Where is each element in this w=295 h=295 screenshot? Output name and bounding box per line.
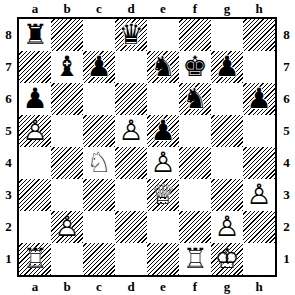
- piece-black-pawn[interactable]: ♟: [246, 85, 271, 113]
- square-a8[interactable]: ♜: [19, 19, 51, 51]
- square-c6[interactable]: [83, 83, 115, 115]
- file-label-b: b: [51, 278, 83, 295]
- rank-label-1: 1: [278, 243, 295, 275]
- piece-white-rook[interactable]: ♜♖: [22, 245, 47, 273]
- file-label-e: e: [147, 278, 179, 295]
- chess-board: ♜♛♝♟♞♚♟♟♞♟♟♙♟♙♟♞♘♟♙♛♕♟♙♟♙♟♙♜♖♜♖♚♔: [17, 17, 277, 277]
- square-h7[interactable]: [243, 51, 275, 83]
- square-b2[interactable]: ♟♙: [51, 211, 83, 243]
- square-b4[interactable]: [51, 147, 83, 179]
- square-d8[interactable]: ♛: [115, 19, 147, 51]
- square-h4[interactable]: [243, 147, 275, 179]
- square-a2[interactable]: [19, 211, 51, 243]
- square-h3[interactable]: ♟♙: [243, 179, 275, 211]
- file-label-c: c: [83, 0, 115, 17]
- piece-black-knight[interactable]: ♞: [182, 85, 207, 113]
- file-label-h: h: [243, 0, 275, 17]
- square-h1[interactable]: [243, 243, 275, 275]
- square-d3[interactable]: [115, 179, 147, 211]
- square-a7[interactable]: [19, 51, 51, 83]
- square-b3[interactable]: [51, 179, 83, 211]
- square-e7[interactable]: ♞: [147, 51, 179, 83]
- file-label-g: g: [211, 0, 243, 17]
- square-e8[interactable]: [147, 19, 179, 51]
- file-label-f: f: [179, 278, 211, 295]
- piece-white-queen[interactable]: ♛♕: [150, 181, 175, 209]
- square-c5[interactable]: [83, 115, 115, 147]
- piece-black-pawn[interactable]: ♟: [86, 53, 111, 81]
- file-label-g: g: [211, 278, 243, 295]
- piece-black-rook[interactable]: ♜: [22, 21, 47, 49]
- file-labels-top: abcdefgh: [19, 0, 275, 17]
- square-b1[interactable]: [51, 243, 83, 275]
- square-b8[interactable]: [51, 19, 83, 51]
- square-c4[interactable]: ♞♘: [83, 147, 115, 179]
- square-g3[interactable]: [211, 179, 243, 211]
- rank-label-4: 4: [0, 147, 17, 179]
- rank-label-7: 7: [278, 51, 295, 83]
- rank-label-2: 2: [278, 211, 295, 243]
- square-a5[interactable]: ♟♙: [19, 115, 51, 147]
- square-g2[interactable]: ♟♙: [211, 211, 243, 243]
- square-c8[interactable]: [83, 19, 115, 51]
- square-e1[interactable]: [147, 243, 179, 275]
- square-g1[interactable]: ♚♔: [211, 243, 243, 275]
- square-b6[interactable]: [51, 83, 83, 115]
- square-e2[interactable]: [147, 211, 179, 243]
- piece-white-king[interactable]: ♚♔: [214, 245, 239, 273]
- square-c1[interactable]: [83, 243, 115, 275]
- piece-white-pawn[interactable]: ♟♙: [54, 213, 79, 241]
- square-a6[interactable]: ♟: [19, 83, 51, 115]
- square-d7[interactable]: [115, 51, 147, 83]
- piece-white-pawn[interactable]: ♟♙: [150, 149, 175, 177]
- rank-labels-left: 87654321: [0, 19, 17, 275]
- square-f3[interactable]: [179, 179, 211, 211]
- file-label-a: a: [19, 0, 51, 17]
- rank-label-3: 3: [0, 179, 17, 211]
- square-g4[interactable]: [211, 147, 243, 179]
- file-label-h: h: [243, 278, 275, 295]
- rank-label-4: 4: [278, 147, 295, 179]
- square-e3[interactable]: ♛♕: [147, 179, 179, 211]
- square-g7[interactable]: ♟: [211, 51, 243, 83]
- square-a1[interactable]: ♜♖: [19, 243, 51, 275]
- square-c2[interactable]: [83, 211, 115, 243]
- square-f8[interactable]: [179, 19, 211, 51]
- rank-label-3: 3: [278, 179, 295, 211]
- piece-white-pawn[interactable]: ♟♙: [22, 117, 47, 145]
- file-label-b: b: [51, 0, 83, 17]
- square-b5[interactable]: [51, 115, 83, 147]
- square-a4[interactable]: [19, 147, 51, 179]
- piece-black-pawn[interactable]: ♟: [214, 53, 239, 81]
- piece-black-knight[interactable]: ♞: [150, 53, 175, 81]
- rank-label-5: 5: [0, 115, 17, 147]
- square-h2[interactable]: [243, 211, 275, 243]
- piece-black-pawn[interactable]: ♟: [22, 85, 47, 113]
- square-g6[interactable]: [211, 83, 243, 115]
- square-e4[interactable]: ♟♙: [147, 147, 179, 179]
- square-f4[interactable]: [179, 147, 211, 179]
- piece-black-queen[interactable]: ♛: [118, 21, 143, 49]
- piece-black-king[interactable]: ♚: [182, 53, 207, 81]
- square-a3[interactable]: [19, 179, 51, 211]
- file-label-d: d: [115, 0, 147, 17]
- file-label-e: e: [147, 0, 179, 17]
- square-d4[interactable]: [115, 147, 147, 179]
- square-h8[interactable]: [243, 19, 275, 51]
- square-h6[interactable]: ♟: [243, 83, 275, 115]
- chess-diagram: abcdefgh 87654321 ♜♛♝♟♞♚♟♟♞♟♟♙♟♙♟♞♘♟♙♛♕♟…: [0, 0, 295, 295]
- rank-labels-right: 87654321: [278, 19, 295, 275]
- file-label-c: c: [83, 278, 115, 295]
- square-e5[interactable]: ♟: [147, 115, 179, 147]
- file-labels-bottom: abcdefgh: [19, 278, 275, 295]
- rank-label-8: 8: [278, 19, 295, 51]
- square-d1[interactable]: [115, 243, 147, 275]
- rank-label-6: 6: [278, 83, 295, 115]
- rank-label-6: 6: [0, 83, 17, 115]
- square-f5[interactable]: [179, 115, 211, 147]
- square-d2[interactable]: [115, 211, 147, 243]
- piece-white-knight[interactable]: ♞♘: [86, 149, 111, 177]
- square-f2[interactable]: [179, 211, 211, 243]
- square-d5[interactable]: ♟♙: [115, 115, 147, 147]
- rank-label-7: 7: [0, 51, 17, 83]
- piece-black-bishop[interactable]: ♝: [54, 53, 79, 81]
- square-e6[interactable]: [147, 83, 179, 115]
- piece-white-rook[interactable]: ♜♖: [182, 245, 207, 273]
- square-c7[interactable]: ♟: [83, 51, 115, 83]
- rank-label-5: 5: [278, 115, 295, 147]
- square-h5[interactable]: [243, 115, 275, 147]
- piece-black-pawn[interactable]: ♟: [150, 117, 175, 145]
- square-b7[interactable]: ♝: [51, 51, 83, 83]
- file-label-d: d: [115, 278, 147, 295]
- rank-label-2: 2: [0, 211, 17, 243]
- square-g5[interactable]: [211, 115, 243, 147]
- square-c3[interactable]: [83, 179, 115, 211]
- file-label-a: a: [19, 278, 51, 295]
- piece-white-pawn[interactable]: ♟♙: [118, 117, 143, 145]
- square-g8[interactable]: [211, 19, 243, 51]
- file-label-f: f: [179, 0, 211, 17]
- piece-white-pawn[interactable]: ♟♙: [214, 213, 239, 241]
- rank-label-1: 1: [0, 243, 17, 275]
- square-f1[interactable]: ♜♖: [179, 243, 211, 275]
- piece-white-pawn[interactable]: ♟♙: [246, 181, 271, 209]
- square-f6[interactable]: ♞: [179, 83, 211, 115]
- rank-label-8: 8: [0, 19, 17, 51]
- square-f7[interactable]: ♚: [179, 51, 211, 83]
- square-d6[interactable]: [115, 83, 147, 115]
